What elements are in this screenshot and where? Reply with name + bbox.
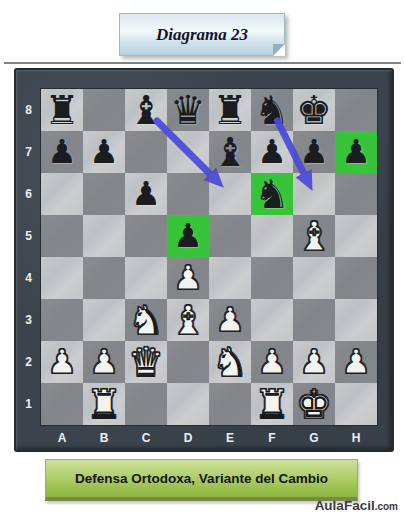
square-f4 bbox=[251, 257, 293, 299]
rank-label-8: 8 bbox=[16, 89, 41, 131]
square-f1: ♜ bbox=[251, 383, 293, 425]
square-e6 bbox=[209, 173, 251, 215]
diagram-page: Diagrama 23 87654321 ABCDEFGH ♜♝♛♜♞♚♟♟♝♟… bbox=[0, 0, 405, 516]
square-d6 bbox=[167, 173, 209, 215]
square-c2: ♛ bbox=[125, 341, 167, 383]
square-g6 bbox=[293, 173, 335, 215]
square-e2: ♞ bbox=[209, 341, 251, 383]
square-d8: ♛ bbox=[167, 89, 209, 131]
square-h2: ♟ bbox=[335, 341, 377, 383]
piece-white-knight-e2: ♞ bbox=[212, 341, 248, 383]
piece-black-rook-a8: ♜ bbox=[44, 89, 80, 131]
piece-black-pawn-b7: ♟ bbox=[89, 131, 119, 173]
piece-white-bishop-d3: ♝ bbox=[170, 299, 206, 341]
square-a8: ♜ bbox=[41, 89, 83, 131]
site-branding: AulaFacil.com bbox=[315, 496, 398, 514]
file-label-d: D bbox=[167, 426, 209, 450]
file-label-c: C bbox=[125, 426, 167, 450]
square-f8: ♞ bbox=[251, 89, 293, 131]
piece-black-pawn-h7: ♟ bbox=[341, 131, 371, 173]
square-h5 bbox=[335, 215, 377, 257]
file-label-b: B bbox=[83, 426, 125, 450]
piece-white-pawn-f2: ♟ bbox=[257, 341, 287, 383]
file-label-f: F bbox=[251, 426, 293, 450]
chess-board: ♜♝♛♜♞♚♟♟♝♟♟♟♟♞♟♝♟♞♝♟♟♟♛♞♟♟♟♜♜♚ bbox=[41, 89, 377, 425]
square-a5 bbox=[41, 215, 83, 257]
square-a1 bbox=[41, 383, 83, 425]
square-e4 bbox=[209, 257, 251, 299]
piece-black-pawn-g7: ♟ bbox=[299, 131, 329, 173]
piece-black-rook-e8: ♜ bbox=[212, 89, 248, 131]
square-b3 bbox=[83, 299, 125, 341]
square-e1 bbox=[209, 383, 251, 425]
square-d2 bbox=[167, 341, 209, 383]
square-d5: ♟ bbox=[167, 215, 209, 257]
file-label-e: E bbox=[209, 426, 251, 450]
square-g3 bbox=[293, 299, 335, 341]
square-a6 bbox=[41, 173, 83, 215]
piece-white-rook-b1: ♜ bbox=[86, 383, 122, 425]
square-b7: ♟ bbox=[83, 131, 125, 173]
piece-white-queen-c2: ♛ bbox=[128, 341, 164, 383]
square-d7 bbox=[167, 131, 209, 173]
file-label-a: A bbox=[41, 426, 83, 450]
square-b4 bbox=[83, 257, 125, 299]
square-d3: ♝ bbox=[167, 299, 209, 341]
piece-white-pawn-e3: ♟ bbox=[215, 299, 245, 341]
rank-label-5: 5 bbox=[16, 215, 41, 257]
rank-label-3: 3 bbox=[16, 299, 41, 341]
brand-name: AulaFacil bbox=[315, 498, 375, 513]
square-g5: ♝ bbox=[293, 215, 335, 257]
rank-label-7: 7 bbox=[16, 131, 41, 173]
square-c8: ♝ bbox=[125, 89, 167, 131]
diagram-title: Diagrama 23 bbox=[156, 25, 248, 45]
rank-label-1: 1 bbox=[16, 383, 41, 425]
square-e7: ♝ bbox=[209, 131, 251, 173]
piece-white-pawn-d4: ♟ bbox=[173, 257, 203, 299]
piece-white-pawn-a2: ♟ bbox=[47, 341, 77, 383]
piece-white-pawn-h2: ♟ bbox=[341, 341, 371, 383]
piece-black-bishop-c8: ♝ bbox=[128, 89, 164, 131]
square-c4 bbox=[125, 257, 167, 299]
file-label-h: H bbox=[335, 426, 377, 450]
square-e8: ♜ bbox=[209, 89, 251, 131]
chess-board-frame: 87654321 ABCDEFGH ♜♝♛♜♞♚♟♟♝♟♟♟♟♞♟♝♟♞♝♟♟♟… bbox=[14, 68, 394, 452]
square-f5 bbox=[251, 215, 293, 257]
square-c1 bbox=[125, 383, 167, 425]
rank-label-6: 6 bbox=[16, 173, 41, 215]
piece-white-pawn-b2: ♟ bbox=[89, 341, 119, 383]
piece-black-pawn-d5: ♟ bbox=[173, 215, 203, 257]
file-label-g: G bbox=[293, 426, 335, 450]
square-b2: ♟ bbox=[83, 341, 125, 383]
piece-black-king-g8: ♚ bbox=[296, 89, 332, 131]
square-h7: ♟ bbox=[335, 131, 377, 173]
rank-label-4: 4 bbox=[16, 257, 41, 299]
board-squares: ♜♝♛♜♞♚♟♟♝♟♟♟♟♞♟♝♟♞♝♟♟♟♛♞♟♟♟♜♜♚ bbox=[41, 89, 377, 425]
brand-tld: .com bbox=[375, 501, 398, 512]
square-d4: ♟ bbox=[167, 257, 209, 299]
piece-white-rook-f1: ♜ bbox=[254, 383, 290, 425]
opening-name: Defensa Ortodoxa, Variante del Cambio bbox=[75, 471, 328, 486]
square-c3: ♞ bbox=[125, 299, 167, 341]
file-labels: ABCDEFGH bbox=[41, 426, 377, 450]
piece-black-knight-f8: ♞ bbox=[254, 89, 290, 131]
square-b8 bbox=[83, 89, 125, 131]
rank-labels: 87654321 bbox=[16, 89, 41, 425]
square-f7: ♟ bbox=[251, 131, 293, 173]
square-d1 bbox=[167, 383, 209, 425]
square-f2: ♟ bbox=[251, 341, 293, 383]
piece-black-pawn-f7: ♟ bbox=[257, 131, 287, 173]
square-c6: ♟ bbox=[125, 173, 167, 215]
square-g7: ♟ bbox=[293, 131, 335, 173]
piece-black-pawn-a7: ♟ bbox=[47, 131, 77, 173]
divider-line bbox=[4, 62, 401, 64]
square-g2: ♟ bbox=[293, 341, 335, 383]
rank-label-2: 2 bbox=[16, 341, 41, 383]
piece-black-knight-f6: ♞ bbox=[254, 173, 290, 215]
square-b6 bbox=[83, 173, 125, 215]
square-b1: ♜ bbox=[83, 383, 125, 425]
title-banner: Diagrama 23 bbox=[119, 13, 285, 56]
square-h1 bbox=[335, 383, 377, 425]
square-a3 bbox=[41, 299, 83, 341]
piece-white-pawn-g2: ♟ bbox=[299, 341, 329, 383]
square-g1: ♚ bbox=[293, 383, 335, 425]
square-h3 bbox=[335, 299, 377, 341]
square-a4 bbox=[41, 257, 83, 299]
square-a2: ♟ bbox=[41, 341, 83, 383]
square-e5 bbox=[209, 215, 251, 257]
square-h8 bbox=[335, 89, 377, 131]
square-g4 bbox=[293, 257, 335, 299]
caption-box: Defensa Ortodoxa, Variante del Cambio bbox=[45, 459, 358, 501]
square-h4 bbox=[335, 257, 377, 299]
square-f6: ♞ bbox=[251, 173, 293, 215]
square-e3: ♟ bbox=[209, 299, 251, 341]
square-c5 bbox=[125, 215, 167, 257]
square-a7: ♟ bbox=[41, 131, 83, 173]
square-b5 bbox=[83, 215, 125, 257]
square-h6 bbox=[335, 173, 377, 215]
piece-white-bishop-g5: ♝ bbox=[296, 215, 332, 257]
square-f3 bbox=[251, 299, 293, 341]
piece-white-knight-c3: ♞ bbox=[128, 299, 164, 341]
square-g8: ♚ bbox=[293, 89, 335, 131]
piece-black-pawn-c6: ♟ bbox=[131, 173, 161, 215]
piece-white-king-g1: ♚ bbox=[296, 383, 332, 425]
piece-black-bishop-e7: ♝ bbox=[212, 131, 248, 173]
piece-black-queen-d8: ♛ bbox=[170, 89, 206, 131]
square-c7 bbox=[125, 131, 167, 173]
